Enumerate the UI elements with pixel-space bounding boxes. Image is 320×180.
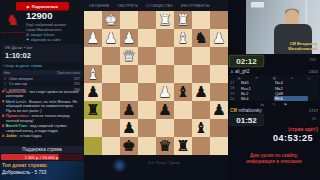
square-c2[interactable]: ♝	[174, 29, 192, 47]
square-g4[interactable]	[102, 65, 120, 83]
white-move[interactable]: Bc2	[240, 91, 274, 96]
square-a2[interactable]: ♟	[210, 29, 228, 47]
takeback-icon[interactable]: ⇆	[261, 102, 264, 107]
envelope-icon: ✉	[26, 33, 29, 37]
square-e8[interactable]	[138, 137, 156, 155]
move-rows: 17Bd3Na418Rac1Nb219Bc2Qd820Bh4Rh6	[230, 80, 318, 101]
square-b5[interactable]: ♟	[192, 83, 210, 101]
menu-bar: ОБУЧЕНИЕСМОТРЕТЬСООБЩЕСТВОИНСТРУМЕНТЫ	[84, 0, 228, 11]
subscriber-count: 12900	[26, 10, 52, 21]
square-e5[interactable]	[138, 83, 156, 101]
square-e7[interactable]	[138, 119, 156, 137]
square-a4[interactable]	[210, 65, 228, 83]
flag-icon: ⚑	[26, 38, 29, 42]
member-badge-icon	[2, 114, 5, 117]
leaderboard-row: 2Ст-мастер191	[2, 81, 82, 87]
leaderboard-score: 197	[74, 76, 80, 81]
white-piece-icon: ♙	[230, 69, 234, 74]
board-footer: 4+0 • Блиц • Турнир	[84, 155, 228, 180]
square-a6[interactable]: ♟	[210, 101, 228, 119]
wall-switch	[251, 2, 264, 8]
white-move[interactable]: Rac1	[240, 85, 274, 90]
square-c8[interactable]: ♜	[174, 137, 192, 155]
black-tournament-rank: #1	[312, 116, 316, 121]
square-f4[interactable]	[120, 65, 138, 83]
square-b7[interactable]: ♝	[192, 119, 210, 137]
white-move[interactable]: Bd3	[240, 80, 274, 85]
black-king: ♚	[122, 137, 135, 155]
chat-message: Jokke: и нам бодра	[2, 134, 82, 139]
knight-logo-icon: ♞	[1, 10, 24, 30]
top-donation-block: Топ донат стрима: Добромысль - 5 733	[0, 161, 84, 180]
channel-description: Клуб любителей шахмат стрим Михайловског…	[26, 23, 66, 32]
chat-text: и нам бодра	[19, 134, 41, 139]
square-f2[interactable]: ♟	[120, 29, 138, 47]
white-pawn: ♟	[86, 29, 99, 47]
square-d5[interactable]: ♟	[156, 83, 174, 101]
donation-timer-box: VK Донат • бот 1:10:02	[2, 44, 82, 63]
menu-item-инструменты[interactable]: ИНСТРУМЕНТЫ	[181, 4, 210, 8]
stream-overlay: ▶ Подписаться ♞ МИХАЙЛОВСКИЙ 12900 Клуб …	[0, 0, 320, 180]
square-c3[interactable]	[174, 47, 192, 65]
move-number: 20	[230, 96, 240, 101]
chat-username: Jokke:	[6, 134, 18, 139]
leaderboard-header-name: Ник	[4, 71, 10, 75]
square-f7[interactable]: ♟	[120, 119, 138, 137]
square-h3[interactable]	[84, 47, 102, 65]
channel-logo-text: МИХАЙЛОВСКИЙ	[1, 30, 24, 33]
draw-offer-icon[interactable]: ½	[272, 102, 276, 107]
move-list: ▤≡▦⌂◫ 17Bd3Na418Rac1Nb219Bc2Qd820Bh4Rh6	[229, 75, 319, 101]
black-move[interactable]: Nb2	[274, 85, 308, 90]
white-bishop: ♝	[86, 65, 99, 83]
member-badge-icon	[2, 100, 5, 103]
white-rook: ♜	[158, 11, 171, 29]
black-pawn: ♟	[86, 83, 99, 101]
white-player-row[interactable]: ♙ ali_gh2 2405	[230, 68, 318, 74]
wallpaper-glow	[112, 158, 127, 173]
white-pawn: ♟	[212, 29, 225, 47]
square-d4[interactable]	[156, 65, 174, 83]
black-clock: 01:52	[229, 114, 264, 126]
square-f8[interactable]: ♚	[120, 137, 138, 155]
black-move[interactable]: Qd8	[274, 91, 308, 96]
square-f1[interactable]	[120, 11, 138, 29]
square-c4[interactable]	[174, 65, 192, 83]
black-queen: ♛	[158, 137, 171, 155]
leaderboard-user: Ст-мастер	[9, 82, 74, 87]
square-c6[interactable]	[174, 101, 192, 119]
webcam: СМ Владимир Михайловский	[246, 0, 320, 54]
donation-countdown: 1:10:02	[5, 51, 79, 60]
member-badge-icon	[2, 90, 5, 93]
square-g1[interactable]: ♚	[102, 11, 120, 29]
stream-uptime: 04:53:25	[273, 133, 313, 144]
square-a5[interactable]	[210, 83, 228, 101]
square-h7[interactable]	[84, 119, 102, 137]
square-d3[interactable]	[156, 47, 174, 65]
black-rook: ♜	[176, 137, 189, 155]
square-c1[interactable]: ♜	[174, 11, 192, 29]
black-move[interactable]: Rh6	[274, 96, 308, 101]
square-f5[interactable]	[120, 83, 138, 101]
square-e6[interactable]	[138, 101, 156, 119]
promo-text: Даю уроки по скайпу, информация в описан…	[228, 152, 320, 165]
move-number: 19	[230, 91, 240, 96]
square-d6[interactable]: ♟	[156, 101, 174, 119]
black-pawn: ♟	[194, 83, 207, 101]
donation-progress-bar: 1 305 р. / 10 000 р.	[1, 154, 83, 160]
square-a8[interactable]	[210, 137, 228, 155]
square-g5[interactable]	[102, 83, 120, 101]
square-a7[interactable]	[210, 119, 228, 137]
streamer-name-line: Михайловский	[288, 46, 317, 51]
square-h5[interactable]: ♟	[84, 83, 102, 101]
move-toolbar-icon-4[interactable]: ◫	[308, 76, 311, 80]
leaderboard-header-score: Прогноз счёта	[57, 71, 80, 75]
white-player-rating: 2405	[309, 69, 318, 74]
square-g6[interactable]	[102, 101, 120, 119]
black-pawn: ♟	[122, 101, 135, 119]
leaderboard-row: 1Олег-ветеран197	[2, 76, 82, 82]
resign-flag-icon[interactable]: ⚑	[284, 102, 288, 107]
square-h6[interactable]: ♜	[84, 101, 102, 119]
move-row: 20Bh4Rh6	[230, 96, 318, 101]
member-badge-icon	[2, 134, 5, 137]
support-banner: Поддержка стрима	[0, 146, 84, 153]
square-f6[interactable]: ♟	[120, 101, 138, 119]
channel-link-text: обучение на сайте	[31, 38, 61, 42]
chess-board[interactable]: ♚♜♜♟♟♟♝♞♟♛♝♟♟♝♟♜♟♟♟♟♝♚♛♜	[84, 11, 228, 155]
channel-links: ✉аккаунт lichess⚑обучение на сайте	[26, 33, 61, 43]
chat-message: Mark Lenin: Вышел, на тебя Янника. Не об…	[2, 99, 82, 113]
white-tournament-rank: #57	[309, 57, 316, 62]
menu-item-смотреть[interactable]: СМОТРЕТЬ	[117, 4, 138, 8]
square-g8[interactable]	[102, 137, 120, 155]
member-badge-icon	[2, 124, 5, 127]
square-b2[interactable]: ♞	[192, 29, 210, 47]
black-pawn: ♟	[212, 101, 225, 119]
square-h8[interactable]	[84, 137, 102, 155]
leaderboard-user: Олег-ветеран	[9, 76, 74, 81]
white-rook: ♜	[176, 11, 189, 29]
chat-message: красноплй: топ спорт прямо по высокой ка…	[2, 89, 82, 98]
move-row: 19Bc2Qd8	[230, 91, 318, 96]
black-pawn: ♟	[158, 101, 171, 119]
square-d7[interactable]	[156, 119, 174, 137]
square-g7[interactable]	[102, 119, 120, 137]
square-b6[interactable]	[192, 101, 210, 119]
chat-message: Прямогласс: власти только вперед полный …	[2, 114, 82, 123]
live-badge: (стрим идёт!)	[288, 127, 318, 132]
left-stream-panel: ▶ Подписаться ♞ МИХАЙЛОВСКИЙ 12900 Клуб …	[0, 0, 84, 180]
square-e1[interactable]	[138, 11, 156, 29]
black-bishop: ♝	[176, 83, 189, 101]
black-pawn: ♟	[122, 119, 135, 137]
subscribe-label: Подписаться	[32, 4, 58, 9]
youtube-play-icon: ▶	[27, 4, 30, 8]
white-queen: ♛	[122, 47, 135, 65]
black-bishop: ♝	[194, 119, 207, 137]
square-d2[interactable]	[156, 29, 174, 47]
donate-link[interactable]: • бонус за донат стрима	[3, 64, 42, 68]
white-king: ♚	[104, 11, 117, 29]
white-move[interactable]: Bh4	[240, 96, 274, 101]
white-bishop: ♝	[176, 29, 189, 47]
square-b4[interactable]	[192, 65, 210, 83]
black-rook: ♜	[86, 101, 99, 119]
white-pawn: ♟	[122, 29, 135, 47]
square-h4[interactable]: ♝	[84, 65, 102, 83]
move-number: 17	[230, 80, 240, 85]
top-donation-value: Добромысль - 5 733	[2, 170, 82, 176]
chat-messages: красноплй: топ спорт прямо по высокой ка…	[2, 89, 82, 146]
game-action-bar: ⇆½⚑	[229, 102, 319, 107]
white-clock: 02:12	[229, 55, 264, 67]
streamer-name-overlay: СМ Владимир Михайловский	[288, 41, 317, 51]
black-player-title: CM	[230, 108, 237, 113]
square-g3[interactable]	[102, 47, 120, 65]
black-move[interactable]: Na4	[274, 80, 308, 85]
channel-line: стрим Михайловского	[26, 27, 66, 32]
leaderboard-score: 191	[74, 82, 80, 87]
square-a1[interactable]	[210, 11, 228, 29]
square-e3[interactable]	[138, 47, 156, 65]
square-c7[interactable]	[174, 119, 192, 137]
move-row: 17Bd3Na4	[230, 80, 318, 85]
chat-message: Barvik Глот: вид смирный стрима: смирный…	[2, 124, 82, 133]
menu-item-обучение[interactable]: ОБУЧЕНИЕ	[89, 4, 109, 8]
white-pawn: ♟	[104, 29, 117, 47]
square-b3[interactable]	[192, 47, 210, 65]
channel-logo: ♞ МИХАЙЛОВСКИЙ	[1, 10, 24, 41]
donation-box-label: VK Донат • бот	[5, 46, 79, 51]
black-player-rating: 2717	[309, 108, 318, 113]
white-player-name[interactable]: ali_gh2	[235, 69, 250, 74]
square-g2[interactable]: ♟	[102, 29, 120, 47]
square-f3[interactable]: ♛	[120, 47, 138, 65]
channel-link-row[interactable]: ⚑обучение на сайте	[26, 38, 61, 43]
square-d1[interactable]: ♜	[156, 11, 174, 29]
move-number: 18	[230, 86, 240, 91]
black-player-row[interactable]: CM mihailovsky 2717	[230, 108, 318, 114]
top-donation-title: Топ донат стрима:	[2, 163, 82, 169]
square-e4[interactable]	[138, 65, 156, 83]
square-h1[interactable]	[84, 11, 102, 29]
square-c5[interactable]: ♝	[174, 83, 192, 101]
white-pawn: ♟	[158, 83, 171, 101]
right-game-panel: СМ Владимир Михайловский 02:12 #57 ♙ ali…	[228, 0, 320, 180]
black-player-name[interactable]: mihailovsky	[239, 108, 262, 113]
square-h2[interactable]: ♟	[84, 29, 102, 47]
black-knight: ♞	[194, 29, 207, 47]
square-b8[interactable]	[192, 137, 210, 155]
menu-item-сообщество[interactable]: СООБЩЕСТВО	[146, 4, 173, 8]
donation-progress-label: 1 305 р. / 10 000 р.	[1, 154, 83, 160]
square-a3[interactable]	[210, 47, 228, 65]
square-d8[interactable]: ♛	[156, 137, 174, 155]
square-e2[interactable]	[138, 29, 156, 47]
square-b1[interactable]	[192, 11, 210, 29]
game-meta-text: 4+0 • Блиц • Турнир	[148, 161, 180, 165]
channel-link-text: аккаунт lichess	[30, 33, 54, 37]
promo-line: информация в описании	[228, 159, 320, 166]
